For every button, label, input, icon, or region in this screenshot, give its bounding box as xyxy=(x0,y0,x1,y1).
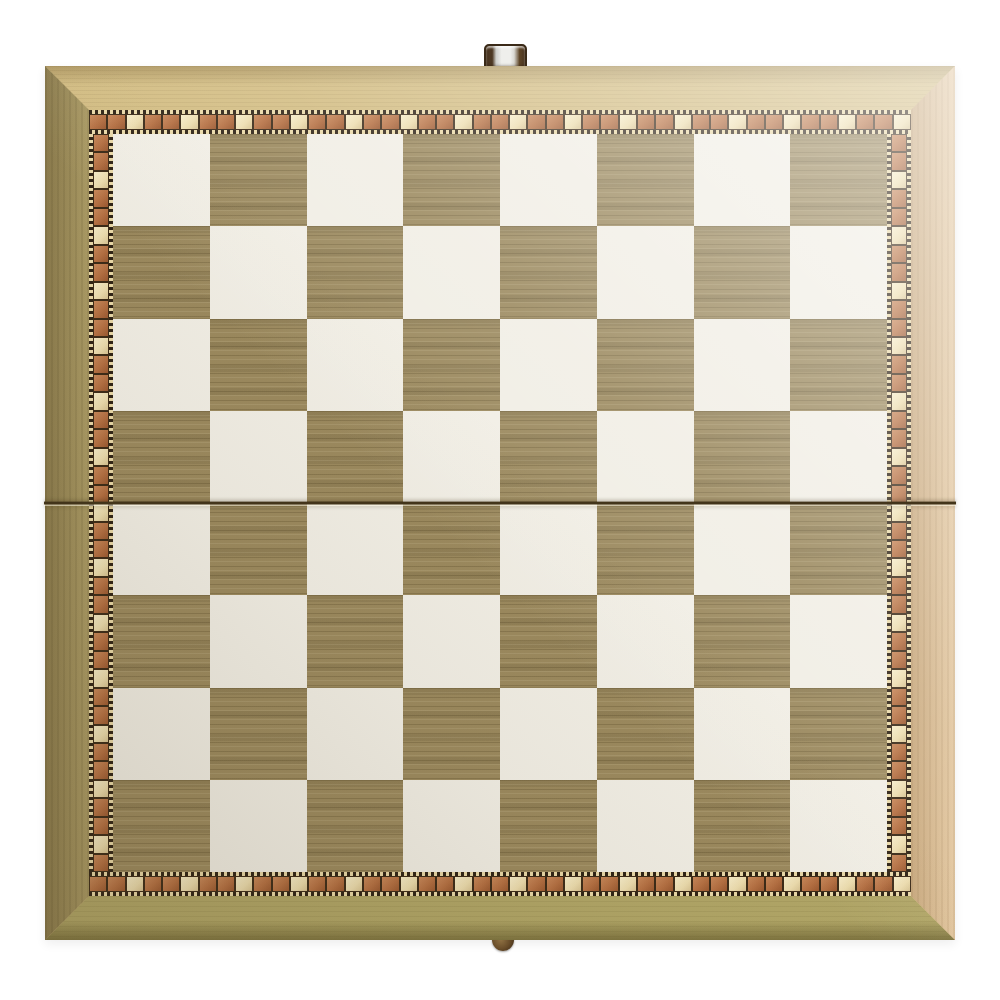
inlay-cell-copper xyxy=(94,135,108,151)
inlay-cell-copper xyxy=(821,115,837,129)
inlay-border-top xyxy=(89,110,911,134)
inlay-cell-copper xyxy=(94,596,108,612)
inlay-cell-copper xyxy=(892,744,906,760)
square-b5[interactable] xyxy=(210,411,307,503)
inlay-border-right xyxy=(887,134,911,872)
inlay-cell-cream xyxy=(620,115,636,129)
square-d2[interactable] xyxy=(403,688,500,780)
inlay-cell-copper xyxy=(145,877,161,891)
inlay-cell-copper xyxy=(583,877,599,891)
square-e3[interactable] xyxy=(500,595,597,687)
inlay-cell-copper xyxy=(892,430,906,446)
inlay-cell-copper xyxy=(364,115,380,129)
inlay-cell-cream xyxy=(94,227,108,243)
inlay-cell-copper xyxy=(857,877,873,891)
inlay-cell-copper xyxy=(656,115,672,129)
bead-chain xyxy=(89,134,93,872)
inlay-cell-cream xyxy=(784,115,800,129)
inlay-cell-copper xyxy=(254,115,270,129)
inlay-cell-copper xyxy=(892,762,906,778)
inlay-cell-copper xyxy=(309,877,325,891)
inlay-cell-cream xyxy=(839,115,855,129)
inlay-cell-cream xyxy=(236,877,252,891)
inlay-cell-cream xyxy=(839,877,855,891)
inlay-cell-copper xyxy=(382,877,398,891)
square-a5[interactable] xyxy=(113,411,210,503)
inlay-cell-copper xyxy=(528,877,544,891)
inlay-cell-cream xyxy=(510,877,526,891)
inlay-cell-copper xyxy=(94,818,108,834)
inlay-cell-copper xyxy=(892,467,906,483)
inlay-cell-cream xyxy=(729,877,745,891)
square-d3[interactable] xyxy=(403,595,500,687)
inlay-cell-copper xyxy=(857,115,873,129)
inlay-cell-copper xyxy=(94,209,108,225)
square-g2[interactable] xyxy=(694,688,791,780)
square-g4[interactable] xyxy=(694,503,791,595)
inlay-cell-cream xyxy=(565,877,581,891)
inlay-cell-cream xyxy=(94,172,108,188)
inlay-cell-copper xyxy=(892,135,906,151)
inlay-cell-copper xyxy=(748,877,764,891)
inlay-cell-copper xyxy=(492,115,508,129)
inlay-cell-copper xyxy=(892,486,906,502)
inlay-cell-copper xyxy=(94,320,108,336)
inlay-cell-copper xyxy=(94,301,108,317)
inlay-cell-cream xyxy=(565,115,581,129)
square-b3[interactable] xyxy=(210,595,307,687)
square-g5[interactable] xyxy=(694,411,791,503)
inlay-cell-copper xyxy=(892,190,906,206)
folding-chess-board xyxy=(45,66,955,940)
inlay-cell-copper xyxy=(892,578,906,594)
inlay-cell-copper xyxy=(711,115,727,129)
square-g1[interactable] xyxy=(694,780,791,872)
inlay-cell-copper xyxy=(528,115,544,129)
inlay-cell-copper xyxy=(748,115,764,129)
inlay-cell-cream xyxy=(94,836,108,852)
inlay-cell-copper xyxy=(766,115,782,129)
inlay-cell-cream xyxy=(455,115,471,129)
inlay-cell-copper xyxy=(94,190,108,206)
square-b1[interactable] xyxy=(210,780,307,872)
board-frame-top xyxy=(45,66,955,110)
inlay-cell-cream xyxy=(127,877,143,891)
inlay-cell-copper xyxy=(892,689,906,705)
inlay-cell-copper xyxy=(492,877,508,891)
inlay-cell-cream xyxy=(892,836,906,852)
inlay-cell-copper xyxy=(419,115,435,129)
inlay-cell-cream xyxy=(894,877,910,891)
square-d8[interactable] xyxy=(403,134,500,226)
inlay-cell-cream xyxy=(94,338,108,354)
inlay-cell-cream xyxy=(892,283,906,299)
square-a1[interactable] xyxy=(113,780,210,872)
inlay-cell-copper xyxy=(90,115,106,129)
inlay-cell-cream xyxy=(675,877,691,891)
inlay-cell-copper xyxy=(892,375,906,391)
inlay-cell-copper xyxy=(94,264,108,280)
inlay-border-left xyxy=(89,134,113,872)
inlay-cell-copper xyxy=(273,877,289,891)
inlay-cell-cream xyxy=(620,877,636,891)
inlay-cell-copper xyxy=(163,115,179,129)
square-h6[interactable] xyxy=(790,319,887,411)
inlay-cell-cream xyxy=(784,877,800,891)
inlay-cell-copper xyxy=(94,467,108,483)
inlay-cell-copper xyxy=(892,799,906,815)
inlay-cell-cream xyxy=(94,615,108,631)
square-c7[interactable] xyxy=(307,226,404,318)
inlay-cell-copper xyxy=(218,115,234,129)
bead-chain xyxy=(89,892,911,896)
square-a7[interactable] xyxy=(113,226,210,318)
inlay-cell-cream xyxy=(892,615,906,631)
inlay-cell-cream xyxy=(181,877,197,891)
inlay-cell-copper xyxy=(638,115,654,129)
chess-board xyxy=(113,134,887,872)
bead-chain xyxy=(89,872,911,876)
square-d5[interactable] xyxy=(403,411,500,503)
inlay-cell-copper xyxy=(309,115,325,129)
inlay-cell-cream xyxy=(892,393,906,409)
square-e5[interactable] xyxy=(500,411,597,503)
inlay-cell-copper xyxy=(327,115,343,129)
inlay-cell-cream xyxy=(401,115,417,129)
square-e4[interactable] xyxy=(500,503,597,595)
product-photo-background xyxy=(0,0,1000,1000)
inlay-cell-cream xyxy=(892,172,906,188)
square-f1[interactable] xyxy=(597,780,694,872)
inlay-cell-copper xyxy=(892,356,906,372)
inlay-cell-copper xyxy=(892,264,906,280)
square-d4[interactable] xyxy=(403,503,500,595)
square-g8[interactable] xyxy=(694,134,791,226)
inlay-cell-cream xyxy=(675,115,691,129)
inlay-cell-copper xyxy=(875,877,891,891)
inlay-cell-copper xyxy=(94,652,108,668)
square-h1[interactable] xyxy=(790,780,887,872)
inlay-cell-copper xyxy=(108,877,124,891)
inlay-cell-copper xyxy=(474,877,490,891)
inlay-cell-copper xyxy=(474,115,490,129)
inlay-cell-copper xyxy=(94,356,108,372)
inlay-cell-copper xyxy=(94,855,108,871)
inlay-cell-cream xyxy=(892,338,906,354)
board-frame-left xyxy=(45,66,89,940)
square-f8[interactable] xyxy=(597,134,694,226)
square-h2[interactable] xyxy=(790,688,887,780)
square-b6[interactable] xyxy=(210,319,307,411)
inlay-cell-copper xyxy=(766,877,782,891)
inlay-cell-cream xyxy=(181,115,197,129)
square-f3[interactable] xyxy=(597,595,694,687)
inlay-cell-copper xyxy=(382,115,398,129)
inlay-cell-copper xyxy=(218,877,234,891)
inlay-cell-cream xyxy=(94,449,108,465)
square-b2[interactable] xyxy=(210,688,307,780)
inlay-cell-cream xyxy=(892,504,906,520)
inlay-cell-copper xyxy=(94,430,108,446)
inlay-cell-copper xyxy=(327,877,343,891)
inlay-cell-copper xyxy=(94,689,108,705)
bead-chain xyxy=(907,134,911,872)
inlay-cell-cream xyxy=(346,877,362,891)
inlay-cell-cream xyxy=(346,115,362,129)
square-c6[interactable] xyxy=(307,319,404,411)
inlay-cell-copper xyxy=(94,412,108,428)
inlay-cell-cream xyxy=(894,115,910,129)
square-h3[interactable] xyxy=(790,595,887,687)
square-e8[interactable] xyxy=(500,134,597,226)
inlay-cell-copper xyxy=(601,877,617,891)
inlay-cell-copper xyxy=(656,877,672,891)
inlay-cell-copper xyxy=(547,877,563,891)
inlay-cell-copper xyxy=(145,115,161,129)
inlay-cell-cream xyxy=(892,670,906,686)
square-h7[interactable] xyxy=(790,226,887,318)
square-g3[interactable] xyxy=(694,595,791,687)
inlay-cell-copper xyxy=(437,115,453,129)
inlay-cell-cream xyxy=(94,670,108,686)
square-a6[interactable] xyxy=(113,319,210,411)
inlay-cell-cream xyxy=(892,449,906,465)
inlay-cell-cream xyxy=(892,559,906,575)
square-a2[interactable] xyxy=(113,688,210,780)
square-a4[interactable] xyxy=(113,503,210,595)
square-c8[interactable] xyxy=(307,134,404,226)
inlay-cell-cream xyxy=(94,393,108,409)
inlay-cell-copper xyxy=(254,877,270,891)
inlay-cell-copper xyxy=(94,246,108,262)
square-g7[interactable] xyxy=(694,226,791,318)
inlay-cell-copper xyxy=(892,855,906,871)
inlay-cell-cream xyxy=(892,227,906,243)
square-h4[interactable] xyxy=(790,503,887,595)
inlay-cell-copper xyxy=(94,486,108,502)
square-c4[interactable] xyxy=(307,503,404,595)
square-h8[interactable] xyxy=(790,134,887,226)
bead-chain xyxy=(887,134,891,872)
inlay-cell-copper xyxy=(711,877,727,891)
inlay-cell-copper xyxy=(892,652,906,668)
square-c5[interactable] xyxy=(307,411,404,503)
square-c2[interactable] xyxy=(307,688,404,780)
inlay-cell-cream xyxy=(729,115,745,129)
inlay-cell-copper xyxy=(693,115,709,129)
inlay-cell-copper xyxy=(94,707,108,723)
inlay-cell-copper xyxy=(108,115,124,129)
inlay-cell-cream xyxy=(291,877,307,891)
inlay-cell-copper xyxy=(892,707,906,723)
inlay-cell-copper xyxy=(273,115,289,129)
inlay-cell-copper xyxy=(693,877,709,891)
board-frame-right xyxy=(911,66,955,940)
inlay-cell-copper xyxy=(364,877,380,891)
inlay-border-bottom xyxy=(89,872,911,896)
square-d1[interactable] xyxy=(403,780,500,872)
inlay-cell-cream xyxy=(401,877,417,891)
square-b8[interactable] xyxy=(210,134,307,226)
square-f7[interactable] xyxy=(597,226,694,318)
inlay-cell-cream xyxy=(94,559,108,575)
square-e6[interactable] xyxy=(500,319,597,411)
inlay-cell-copper xyxy=(892,412,906,428)
inlay-cell-copper xyxy=(638,877,654,891)
inlay-cell-copper xyxy=(892,541,906,557)
inlay-cell-copper xyxy=(94,375,108,391)
square-e1[interactable] xyxy=(500,780,597,872)
inlay-cell-cream xyxy=(94,504,108,520)
inlay-cell-copper xyxy=(94,799,108,815)
inlay-cell-copper xyxy=(94,523,108,539)
inlay-cell-copper xyxy=(821,877,837,891)
bead-chain xyxy=(89,110,911,114)
inlay-cell-copper xyxy=(94,633,108,649)
inlay-cell-copper xyxy=(437,877,453,891)
inlay-cell-cream xyxy=(455,877,471,891)
inlay-cell-copper xyxy=(163,877,179,891)
inlay-cell-cream xyxy=(510,115,526,129)
square-a8[interactable] xyxy=(113,134,210,226)
inlay-cell-cream xyxy=(127,115,143,129)
inlay-cell-copper xyxy=(892,209,906,225)
inlay-cell-copper xyxy=(94,578,108,594)
inlay-cell-copper xyxy=(419,877,435,891)
square-c1[interactable] xyxy=(307,780,404,872)
inlay-cell-copper xyxy=(892,320,906,336)
inlay-cell-copper xyxy=(802,877,818,891)
inlay-cell-copper xyxy=(94,744,108,760)
inlay-cell-copper xyxy=(892,301,906,317)
inlay-cell-copper xyxy=(94,762,108,778)
square-c3[interactable] xyxy=(307,595,404,687)
square-h5[interactable] xyxy=(790,411,887,503)
square-b7[interactable] xyxy=(210,226,307,318)
square-f5[interactable] xyxy=(597,411,694,503)
inlay-cell-copper xyxy=(875,115,891,129)
square-d7[interactable] xyxy=(403,226,500,318)
inlay-cell-copper xyxy=(90,877,106,891)
inlay-cell-copper xyxy=(94,153,108,169)
square-a3[interactable] xyxy=(113,595,210,687)
inlay-cell-copper xyxy=(892,818,906,834)
inlay-cell-copper xyxy=(200,115,216,129)
square-f6[interactable] xyxy=(597,319,694,411)
inlay-cell-cream xyxy=(94,726,108,742)
inlay-cell-cream xyxy=(892,781,906,797)
square-f2[interactable] xyxy=(597,688,694,780)
board-frame-bottom xyxy=(45,896,955,940)
inlay-cell-cream xyxy=(291,115,307,129)
inlay-cell-copper xyxy=(892,596,906,612)
square-f4[interactable] xyxy=(597,503,694,595)
inlay-cell-copper xyxy=(583,115,599,129)
inlay-cell-copper xyxy=(892,633,906,649)
inlay-cell-copper xyxy=(802,115,818,129)
square-b4[interactable] xyxy=(210,503,307,595)
inlay-cell-copper xyxy=(94,541,108,557)
inlay-cell-cream xyxy=(94,781,108,797)
square-e2[interactable] xyxy=(500,688,597,780)
inlay-cell-copper xyxy=(601,115,617,129)
inlay-cell-cream xyxy=(236,115,252,129)
inlay-cell-cream xyxy=(892,726,906,742)
square-g6[interactable] xyxy=(694,319,791,411)
inlay-cell-cream xyxy=(94,283,108,299)
inlay-cell-copper xyxy=(892,523,906,539)
square-e7[interactable] xyxy=(500,226,597,318)
inlay-cell-copper xyxy=(892,153,906,169)
square-d6[interactable] xyxy=(403,319,500,411)
inlay-cell-copper xyxy=(892,246,906,262)
inlay-cell-copper xyxy=(547,115,563,129)
inlay-cell-copper xyxy=(200,877,216,891)
